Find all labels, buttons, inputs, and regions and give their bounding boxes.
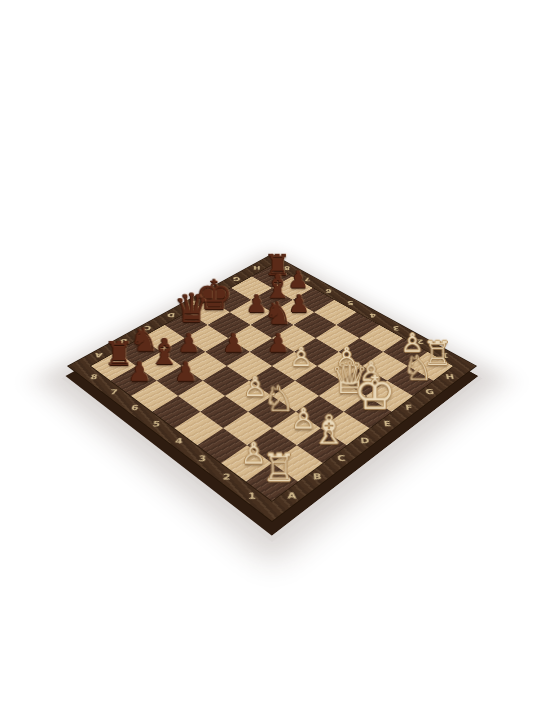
- piece-glyph: ♙: [289, 344, 312, 370]
- white-pawn-e4[interactable]: ♙: [272, 352, 317, 381]
- product-photo-chess-set: { "game": "chess", "scene": "wooden tour…: [0, 0, 540, 720]
- piece-glyph: ♟: [128, 358, 152, 385]
- piece-glyph: ♗: [311, 410, 347, 450]
- black-pawn-a7[interactable]: ♟: [111, 366, 157, 396]
- piece-glyph: ♟: [222, 330, 245, 356]
- black-pawn-d6[interactable]: ♟: [205, 338, 249, 366]
- piece-glyph: ♔: [354, 370, 396, 417]
- piece-glyph: ♖: [262, 449, 296, 487]
- piece-glyph: ♟: [174, 358, 198, 385]
- piece-glyph: ♘: [263, 381, 294, 416]
- pieces-layer: ♜♞♛♚♜♟♝♟♟♝♟♟♟♞♟♟♙♙♘♙♙♙♕♙♙♖♗♔♘♖: [91, 265, 453, 501]
- piece-glyph: ♘: [402, 351, 432, 385]
- white-king-e1[interactable]: ♔: [344, 396, 392, 428]
- black-pawn-b6[interactable]: ♟: [157, 366, 203, 396]
- piece-glyph: ♟: [267, 330, 290, 356]
- photo-canvas: AABBCCDDEEFFGGHH1122334455667788 ♜♞♛♚♜♟♝…: [0, 0, 540, 720]
- piece-glyph: ♞: [264, 297, 292, 328]
- chess-board: AABBCCDDEEFFGGHH1122334455667788 ♜♞♛♚♜♟♝…: [67, 254, 477, 523]
- piece-glyph: ♛: [174, 289, 210, 329]
